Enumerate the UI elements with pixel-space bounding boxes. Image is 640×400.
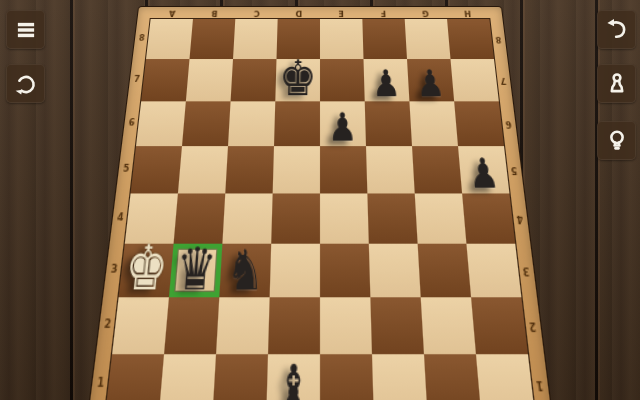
square-b6[interactable] <box>182 101 231 146</box>
square-h6[interactable] <box>454 101 504 146</box>
square-h4[interactable] <box>462 193 515 243</box>
square-f2[interactable] <box>370 297 424 354</box>
square-a5[interactable] <box>131 146 182 193</box>
coordinate-label: H <box>446 7 489 19</box>
square-g6[interactable] <box>409 101 458 146</box>
square-b2[interactable] <box>164 297 219 354</box>
square-d7[interactable]: ♚ <box>275 59 320 101</box>
square-e7[interactable] <box>320 59 365 101</box>
black-pawn-g7[interactable]: ♟ <box>415 65 446 102</box>
coordinate-label: E <box>320 7 362 19</box>
coordinate-label: A <box>151 7 194 19</box>
square-h1[interactable] <box>476 354 535 400</box>
square-f6[interactable] <box>365 101 412 146</box>
black-knight-c3[interactable]: ♞ <box>225 243 266 299</box>
square-g5[interactable] <box>412 146 462 193</box>
square-c4[interactable] <box>222 193 272 243</box>
square-c3[interactable]: ♞ <box>219 244 271 297</box>
board-scene: ♚♟♟♟♟♚♛♞♝ ABCDEFGH ABCDEFGH 87654321 876… <box>139 7 501 400</box>
board-grid: ♚♟♟♟♟♚♛♞♝ <box>105 19 535 400</box>
hint-button[interactable] <box>597 121 636 160</box>
square-a8[interactable] <box>146 19 193 59</box>
square-g3[interactable] <box>418 244 471 297</box>
square-f5[interactable] <box>366 146 415 193</box>
menu-button[interactable] <box>6 10 45 49</box>
black-pawn-f7[interactable]: ♟ <box>372 65 402 102</box>
player-mode-button[interactable] <box>597 64 636 103</box>
square-g1[interactable] <box>424 354 481 400</box>
coordinate-label: B <box>193 7 236 19</box>
square-c2[interactable] <box>216 297 270 354</box>
square-d1[interactable]: ♝ <box>266 354 320 400</box>
black-pawn-h5[interactable]: ♟ <box>467 153 501 195</box>
coordinate-label: F <box>362 7 405 19</box>
square-e5[interactable] <box>320 146 367 193</box>
undo-button[interactable] <box>597 10 636 49</box>
board-frame: ♚♟♟♟♟♚♛♞♝ ABCDEFGH ABCDEFGH 87654321 876… <box>86 7 554 400</box>
square-f3[interactable] <box>369 244 421 297</box>
square-a1[interactable] <box>105 354 164 400</box>
square-e8[interactable] <box>320 19 363 59</box>
square-h8[interactable] <box>447 19 494 59</box>
black-queen-b3[interactable]: ♛ <box>174 240 218 299</box>
square-e6[interactable]: ♟ <box>320 101 366 146</box>
square-d6[interactable] <box>274 101 320 146</box>
square-f4[interactable] <box>367 193 417 243</box>
square-b7[interactable] <box>186 59 233 101</box>
square-b5[interactable] <box>178 146 228 193</box>
coordinate-label: D <box>278 7 320 19</box>
square-b3[interactable]: ♛ <box>169 244 222 297</box>
square-e3[interactable] <box>320 244 370 297</box>
rotate-icon <box>13 71 39 97</box>
square-d2[interactable] <box>268 297 320 354</box>
square-f7[interactable]: ♟ <box>363 59 409 101</box>
square-e2[interactable] <box>320 297 372 354</box>
square-g2[interactable] <box>421 297 476 354</box>
square-f1[interactable] <box>372 354 427 400</box>
rotate-board-button[interactable] <box>6 64 45 103</box>
square-b1[interactable] <box>159 354 216 400</box>
square-e1[interactable] <box>320 354 374 400</box>
lightbulb-icon <box>604 128 630 154</box>
square-f8[interactable] <box>362 19 407 59</box>
pawn-person-icon <box>604 71 630 97</box>
square-a2[interactable] <box>112 297 169 354</box>
hamburger-icon <box>13 17 39 43</box>
square-h3[interactable] <box>466 244 521 297</box>
square-a3[interactable]: ♚ <box>119 244 174 297</box>
black-pawn-e6[interactable]: ♟ <box>328 108 358 147</box>
square-a6[interactable] <box>136 101 186 146</box>
square-h7[interactable] <box>450 59 498 101</box>
square-c6[interactable] <box>228 101 275 146</box>
coordinate-label: C <box>235 7 278 19</box>
black-king-d7[interactable]: ♚ <box>279 53 317 102</box>
square-c7[interactable] <box>231 59 277 101</box>
chess-board: ♚♟♟♟♟♚♛♞♝ ABCDEFGH ABCDEFGH 87654321 876… <box>83 7 558 400</box>
black-bishop-d1[interactable]: ♝ <box>274 356 313 400</box>
white-king-a3[interactable]: ♚ <box>122 237 170 299</box>
square-b8[interactable] <box>190 19 236 59</box>
square-c8[interactable] <box>233 19 278 59</box>
coordinate-label: G <box>404 7 447 19</box>
square-e4[interactable] <box>320 193 369 243</box>
square-g4[interactable] <box>415 193 467 243</box>
square-h2[interactable] <box>471 297 528 354</box>
square-d4[interactable] <box>271 193 320 243</box>
square-g8[interactable] <box>405 19 451 59</box>
square-h5[interactable]: ♟ <box>458 146 509 193</box>
square-d3[interactable] <box>270 244 320 297</box>
square-d5[interactable] <box>273 146 320 193</box>
square-c1[interactable] <box>213 354 268 400</box>
square-g7[interactable]: ♟ <box>407 59 454 101</box>
square-a7[interactable] <box>141 59 189 101</box>
undo-arrow-icon <box>604 17 630 43</box>
square-c5[interactable] <box>225 146 274 193</box>
